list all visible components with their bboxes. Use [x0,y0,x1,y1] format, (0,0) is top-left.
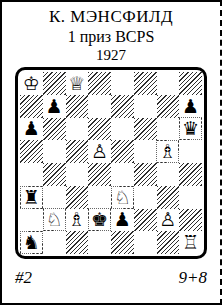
piece-white-pawn: ♙ [157,209,178,230]
square-h5 [179,140,202,163]
square-g1 [157,231,180,254]
problem-card: К. МЭНСФИЛД 1 приз BCPS 1927 ♔♕♟♟♟♛♙♗♜♘♘… [0,0,222,305]
author-name: К. МЭНСФИЛД [2,7,220,27]
square-c8: ♕ [66,72,89,95]
square-h3 [179,186,202,209]
square-c3 [66,186,89,209]
square-f5 [134,140,157,163]
square-e5 [111,140,134,163]
chessboard: ♔♕♟♟♟♛♙♗♜♘♘♗♚♟♙♞♖ [20,72,202,254]
piece-black-rook: ♜ [21,187,42,208]
square-h6: ♛ [179,118,202,141]
square-g7 [157,95,180,118]
square-d2: ♚ [88,209,111,232]
square-a4 [20,163,43,186]
piece-black-queen: ♛ [180,118,201,139]
square-e4 [111,163,134,186]
chessboard-frame: ♔♕♟♟♟♛♙♗♜♘♘♗♚♟♙♞♖ [15,67,207,259]
square-f1 [134,231,157,254]
square-g5: ♗ [157,140,180,163]
square-e7 [111,95,134,118]
square-c6 [66,118,89,141]
material-count: 9+8 [179,268,207,288]
square-a5 [20,140,43,163]
piece-white-knight: ♘ [44,209,65,230]
piece-black-knight: ♞ [21,232,42,253]
square-b1 [43,231,66,254]
stipulation-label: #2 [15,268,32,288]
piece-white-queen: ♕ [66,73,87,94]
square-e8 [111,72,134,95]
square-d5: ♙ [88,140,111,163]
piece-white-bishop: ♗ [66,209,87,230]
square-b3 [43,186,66,209]
square-c2: ♗ [66,209,89,232]
square-d8 [88,72,111,95]
square-a6: ♟ [20,118,43,141]
piece-black-pawn: ♟ [112,209,133,230]
square-c4 [66,163,89,186]
piece-black-pawn: ♟ [44,96,65,117]
piece-white-bishop: ♗ [157,141,178,162]
square-f4 [134,163,157,186]
square-f2 [134,209,157,232]
piece-black-king: ♚ [89,209,110,230]
square-a2 [20,209,43,232]
square-b6 [43,118,66,141]
square-h4 [179,163,202,186]
piece-black-pawn: ♟ [180,96,201,117]
square-f6 [134,118,157,141]
diagram-header: К. МЭНСФИЛД 1 приз BCPS 1927 [2,7,220,64]
square-b7: ♟ [43,95,66,118]
piece-white-rook: ♖ [180,232,201,253]
square-f8 [134,72,157,95]
caption-row: #2 9+8 [2,268,220,288]
piece-white-king: ♔ [21,73,42,94]
piece-white-knight: ♘ [112,187,133,208]
square-h7: ♟ [179,95,202,118]
square-a7 [20,95,43,118]
square-a1: ♞ [20,231,43,254]
piece-black-pawn: ♟ [21,118,42,139]
square-d6 [88,118,111,141]
award-line: 1 приз BCPS [2,27,220,46]
square-g4 [157,163,180,186]
piece-white-pawn: ♙ [89,141,110,162]
square-h2 [179,209,202,232]
square-g3 [157,186,180,209]
square-h8 [179,72,202,95]
square-d7 [88,95,111,118]
square-h1: ♖ [179,231,202,254]
square-a3: ♜ [20,186,43,209]
year-line: 1927 [2,46,220,64]
square-e2: ♟ [111,209,134,232]
square-g8 [157,72,180,95]
square-c7 [66,95,89,118]
square-b4 [43,163,66,186]
square-a8: ♔ [20,72,43,95]
square-d3 [88,186,111,209]
square-g6 [157,118,180,141]
square-c5 [66,140,89,163]
square-b8 [43,72,66,95]
square-f3 [134,186,157,209]
square-g2: ♙ [157,209,180,232]
square-e1 [111,231,134,254]
square-b2: ♘ [43,209,66,232]
square-d4 [88,163,111,186]
square-e3: ♘ [111,186,134,209]
square-c1 [66,231,89,254]
square-d1 [88,231,111,254]
square-e6 [111,118,134,141]
square-f7 [134,95,157,118]
square-b5 [43,140,66,163]
